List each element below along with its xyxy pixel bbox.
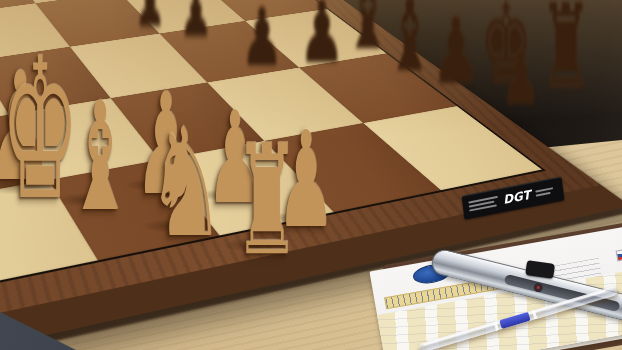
black-pawn-4: ♟ — [299, 0, 345, 75]
label-fine-print-2 — [535, 187, 553, 196]
black-rook: ♜ — [540, 0, 593, 106]
clip-lever-knob — [525, 260, 555, 279]
white-knight: ♞ — [147, 108, 225, 258]
flag-mark — [616, 248, 622, 261]
black-pawn-2: ♟ — [179, 0, 212, 45]
black-pawn-6: ♟ — [501, 41, 541, 115]
dgt-logo: DGT — [502, 188, 531, 207]
black-pawn-5: ♟ — [431, 6, 480, 98]
label-fine-print — [468, 196, 499, 212]
black-bishop-2: ♝ — [385, 0, 434, 86]
white-bishop: ♝ — [66, 82, 133, 232]
black-pawn-1: ♟ — [134, 0, 165, 35]
white-rook: ♜ — [234, 125, 299, 277]
photo-chessboard-scene: DGT ♟♚♝♟♞♟♜♟♟♟♟♟♝♝♟♚♟♜ — [0, 0, 622, 350]
black-pawn-3: ♟ — [240, 0, 283, 78]
